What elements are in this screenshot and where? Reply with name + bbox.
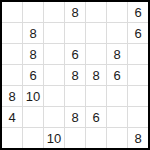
cell-r6c5[interactable]: 6 [86,107,106,127]
cell-r4c6[interactable]: 6 [107,65,127,85]
cell-r3c4[interactable]: 6 [65,44,85,64]
puzzle-board: 86868686886810486108 [0,0,150,150]
cell-r4c4[interactable]: 8 [65,65,85,85]
cell-r5c4[interactable] [65,86,85,106]
cell-r3c6[interactable]: 8 [107,44,127,64]
cell-r3c3[interactable] [44,44,64,64]
cell-r6c7[interactable] [128,107,148,127]
cell-r2c3[interactable] [44,23,64,43]
cell-r7c5[interactable] [86,128,106,148]
cell-r1c3[interactable] [44,2,64,22]
cell-r7c2[interactable] [23,128,43,148]
cell-r1c1[interactable] [2,2,22,22]
cell-r1c2[interactable] [23,2,43,22]
cell-r2c6[interactable] [107,23,127,43]
cell-r1c4[interactable]: 8 [65,2,85,22]
cell-r2c2[interactable]: 8 [23,23,43,43]
cell-r2c5[interactable] [86,23,106,43]
cell-r6c4[interactable]: 8 [65,107,85,127]
cell-r3c5[interactable] [86,44,106,64]
cell-r6c2[interactable] [23,107,43,127]
cell-r1c5[interactable] [86,2,106,22]
cell-r6c1[interactable]: 4 [2,107,22,127]
cell-r1c7[interactable]: 6 [128,2,148,22]
cell-r2c4[interactable] [65,23,85,43]
cell-r3c1[interactable] [2,44,22,64]
cell-r5c5[interactable] [86,86,106,106]
cell-r5c6[interactable] [107,86,127,106]
cell-r4c7[interactable] [128,65,148,85]
cell-r7c4[interactable] [65,128,85,148]
cell-r2c1[interactable] [2,23,22,43]
cell-r4c2[interactable]: 6 [23,65,43,85]
cell-r5c3[interactable] [44,86,64,106]
cell-r7c1[interactable] [2,128,22,148]
cell-r2c7[interactable]: 6 [128,23,148,43]
cell-r7c3[interactable]: 10 [44,128,64,148]
cell-r6c3[interactable] [44,107,64,127]
cell-r1c6[interactable] [107,2,127,22]
cell-r4c5[interactable]: 8 [86,65,106,85]
cell-r5c1[interactable]: 8 [2,86,22,106]
cell-r4c3[interactable] [44,65,64,85]
cell-r3c7[interactable] [128,44,148,64]
cell-r3c2[interactable]: 8 [23,44,43,64]
cell-r6c6[interactable] [107,107,127,127]
cell-r5c7[interactable] [128,86,148,106]
cell-r7c6[interactable] [107,128,127,148]
cell-r4c1[interactable] [2,65,22,85]
cell-r7c7[interactable]: 8 [128,128,148,148]
cell-r5c2[interactable]: 10 [23,86,43,106]
